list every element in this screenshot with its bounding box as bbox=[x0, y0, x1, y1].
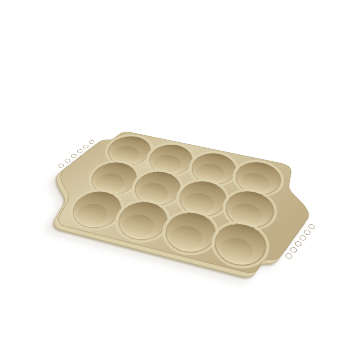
handle-hole bbox=[299, 235, 306, 241]
handle-hole bbox=[64, 159, 71, 163]
handle-hole bbox=[83, 145, 89, 149]
handle-hole bbox=[295, 241, 302, 247]
handle-hole bbox=[77, 149, 84, 153]
product-photo-canvas bbox=[0, 0, 360, 360]
handle-hole bbox=[89, 140, 95, 144]
handle-hole bbox=[58, 163, 65, 167]
handle-hole bbox=[290, 247, 297, 253]
handle-hole bbox=[70, 154, 77, 158]
handle-hole bbox=[308, 224, 314, 230]
handle-hole bbox=[304, 229, 310, 235]
handle-hole bbox=[285, 253, 292, 259]
muffin-pan bbox=[20, 120, 326, 294]
